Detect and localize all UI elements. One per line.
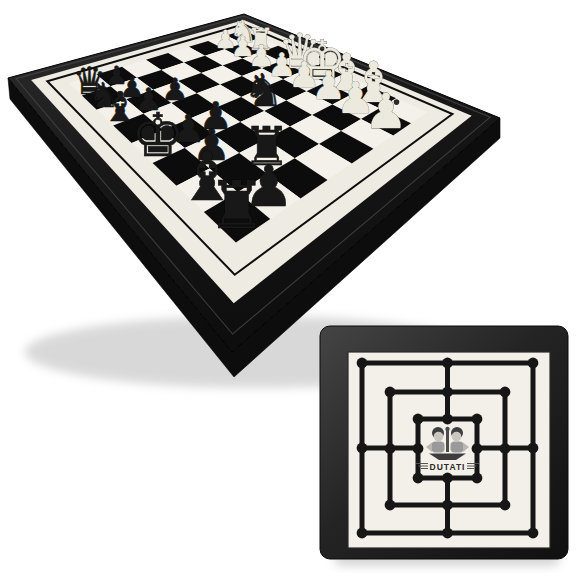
morris-point-inner-22 xyxy=(472,473,483,484)
morris-point-outer-01 xyxy=(442,358,453,369)
piece-black-knight-e4: ♞ xyxy=(243,64,283,117)
morris-point-outer-20 xyxy=(357,528,368,539)
morris-point-outer-00 xyxy=(357,358,368,369)
morris-point-middle-10 xyxy=(385,443,396,454)
morris-point-inner-02 xyxy=(472,414,483,425)
logo-kid-right-body xyxy=(451,442,464,453)
morris-board-photo: DUTATI xyxy=(320,326,568,566)
logo-chess-piece-top xyxy=(445,427,449,431)
logo-kid-left-face xyxy=(434,432,444,442)
morris-point-inner-21 xyxy=(442,473,453,484)
morris-point-middle-02 xyxy=(500,387,511,398)
logo-chess-piece xyxy=(446,430,449,452)
morris-point-middle-12 xyxy=(500,443,511,454)
morris-point-middle-22 xyxy=(500,500,511,511)
piece-white-pawn-h2: ♟ xyxy=(364,83,407,139)
piece-black-rook-h8: ♜ xyxy=(207,167,266,244)
morris-point-inner-00 xyxy=(413,414,424,425)
morris-point-middle-01 xyxy=(442,387,453,398)
logo-kid-left-body xyxy=(432,442,445,453)
morris-point-middle-00 xyxy=(385,387,396,398)
morris-point-outer-21 xyxy=(442,528,453,539)
morris-point-outer-10 xyxy=(357,443,368,454)
morris-point-inner-10 xyxy=(413,443,424,454)
brand-text: DUTATI xyxy=(430,462,466,472)
morris-point-inner-12 xyxy=(472,443,483,454)
morris-point-middle-21 xyxy=(442,500,453,511)
morris-point-outer-12 xyxy=(528,443,539,454)
morris-point-outer-22 xyxy=(528,528,539,539)
morris-point-inner-20 xyxy=(413,473,424,484)
logo-kid-right-face xyxy=(452,432,462,442)
product-image: ♞♟♜♟♟♛♟♚♟♟♝♛♟♟♟♝♞♞♟♟♝♟♟♟♚♟♜♝♟♜ DUTATI xyxy=(0,0,580,580)
morris-point-middle-20 xyxy=(385,500,396,511)
product-photo-scene: ♞♟♜♟♟♛♟♚♟♟♝♛♟♟♟♝♞♞♟♟♝♟♟♟♚♟♜♝♟♜ DUTATI xyxy=(0,0,580,580)
morris-point-inner-01 xyxy=(442,414,453,425)
morris-point-outer-02 xyxy=(528,358,539,369)
